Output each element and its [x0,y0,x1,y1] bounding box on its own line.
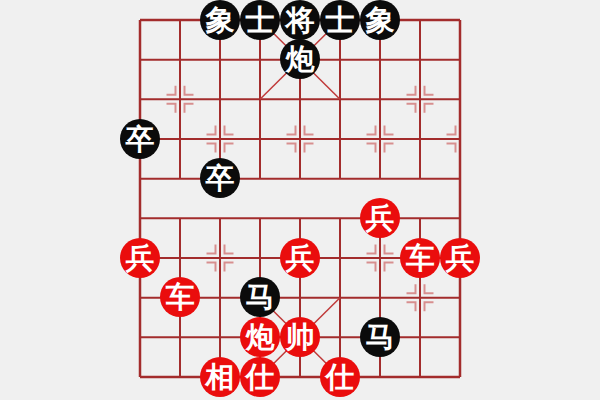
piece-black-elephant[interactable]: 象 [200,0,240,40]
piece-red-pawn[interactable]: 兵 [360,198,400,238]
piece-red-pawn[interactable]: 兵 [440,238,480,278]
piece-red-elephant[interactable]: 相 [200,357,240,397]
piece-black-general[interactable]: 将 [280,0,320,40]
piece-red-cannon[interactable]: 炮 [240,317,280,357]
piece-red-advisor[interactable]: 仕 [320,357,360,397]
piece-red-pawn[interactable]: 兵 [280,238,320,278]
piece-black-horse[interactable]: 马 [360,317,400,357]
piece-red-chariot[interactable]: 车 [160,277,200,317]
piece-black-pawn[interactable]: 卒 [200,158,240,198]
piece-red-chariot[interactable]: 车 [400,238,440,278]
pieces-layer: 象士将士象炮卒卒兵兵兵车兵车马炮帅马相仕仕 [120,0,480,397]
piece-black-cannon[interactable]: 炮 [280,39,320,79]
piece-black-advisor[interactable]: 士 [320,0,360,40]
xiangqi-board-screen: 象士将士象炮卒卒兵兵兵车兵车马炮帅马相仕仕 [0,0,600,400]
piece-red-general[interactable]: 帅 [280,317,320,357]
piece-red-advisor[interactable]: 仕 [240,357,280,397]
piece-red-pawn[interactable]: 兵 [120,238,160,278]
piece-black-horse[interactable]: 马 [240,277,280,317]
piece-black-pawn[interactable]: 卒 [120,119,160,159]
piece-black-advisor[interactable]: 士 [240,0,280,40]
piece-black-elephant[interactable]: 象 [360,0,400,40]
